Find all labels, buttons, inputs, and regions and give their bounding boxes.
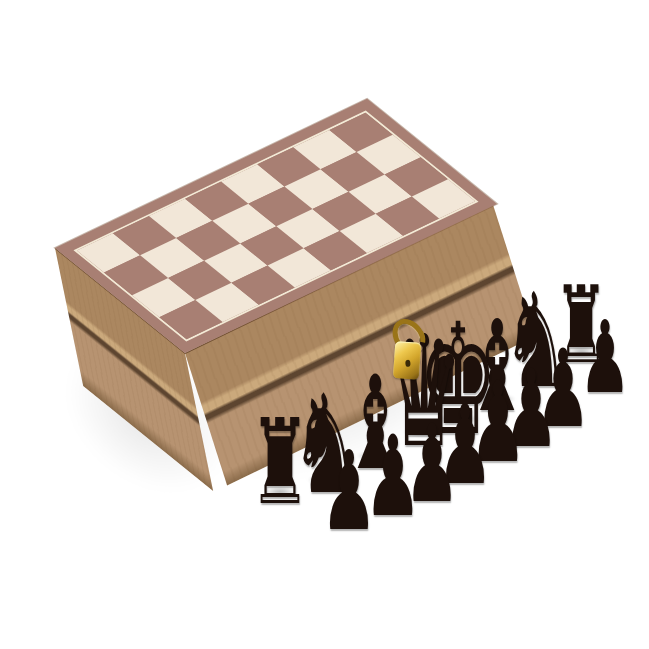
product-photo-scene: ♜♞♝♛♚♝♞♜♟♟♟♟♟♟♟♟ [0, 0, 649, 649]
chess-piece-pawn: ♟ [306, 437, 393, 547]
pieces-layer: ♜♞♝♛♚♝♞♜♟♟♟♟♟♟♟♟ [0, 0, 649, 649]
brass-clasp [383, 316, 429, 384]
